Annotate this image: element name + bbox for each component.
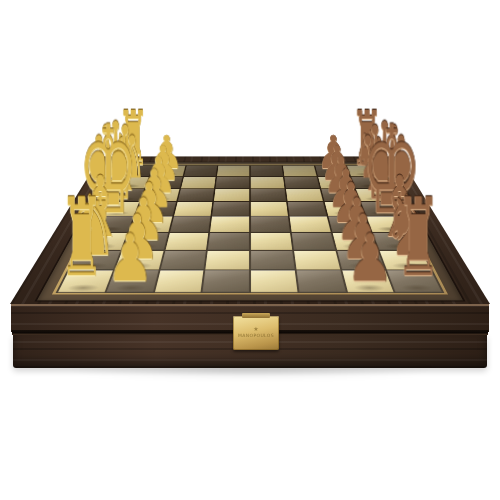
square-f3[interactable] xyxy=(165,233,208,250)
clasp-engraving: MANOPOULOS xyxy=(238,332,274,339)
square-h3[interactable] xyxy=(154,271,203,293)
square-a4[interactable] xyxy=(217,166,249,177)
square-g3[interactable] xyxy=(160,251,206,270)
square-a3[interactable] xyxy=(184,166,218,177)
square-d3[interactable] xyxy=(174,202,213,216)
product-photo-scene: ♜♟♟♜♞♟♟♞♝♟♟♝♛♟♟♛♚♟♟♚♝♟♟♝♞♟♟♞♜♟♟♜ ★ MANOP… xyxy=(0,0,500,500)
square-f6[interactable] xyxy=(291,233,334,250)
square-a6[interactable] xyxy=(283,166,317,177)
square-g6[interactable] xyxy=(294,251,340,270)
perspective-stage: ♜♟♟♜♞♟♟♞♝♟♟♝♛♟♟♛♚♟♟♚♝♟♟♝♞♟♟♞♜♟♟♜ xyxy=(0,0,500,500)
square-d4[interactable] xyxy=(212,202,249,216)
square-h4[interactable] xyxy=(203,271,249,293)
square-e3[interactable] xyxy=(170,217,211,232)
chess-board-grid: ♜♟♟♜♞♟♟♞♝♟♟♝♛♟♟♛♚♟♟♚♝♟♟♝♞♟♟♞♜♟♟♜ xyxy=(56,165,445,293)
square-c3[interactable] xyxy=(177,189,214,202)
square-h6[interactable] xyxy=(296,271,345,293)
square-h7[interactable]: ♟ xyxy=(342,271,394,293)
case-lid-top: ♜♟♟♜♞♟♟♞♝♟♟♝♛♟♟♛♚♟♟♚♝♟♟♝♞♟♟♞♜♟♟♜ xyxy=(10,156,490,304)
square-c6[interactable] xyxy=(286,189,323,202)
square-c5[interactable] xyxy=(251,189,286,202)
square-d6[interactable] xyxy=(287,202,326,216)
square-d5[interactable] xyxy=(251,202,288,216)
square-b4[interactable] xyxy=(216,177,250,189)
piece-white-pawn[interactable]: ♟ xyxy=(106,225,153,291)
square-a5[interactable] xyxy=(251,166,283,177)
square-g4[interactable] xyxy=(206,251,250,270)
square-e4[interactable] xyxy=(210,217,249,232)
piece-black-rook[interactable]: ♜ xyxy=(397,183,441,291)
square-e6[interactable] xyxy=(289,217,330,232)
square-e5[interactable] xyxy=(251,217,290,232)
chess-board-plate: ♜♟♟♜♞♟♟♞♝♟♟♝♛♟♟♛♚♟♟♚♝♟♟♝♞♟♟♞♜♟♟♜ xyxy=(37,162,463,300)
square-b3[interactable] xyxy=(181,177,216,189)
square-h5[interactable] xyxy=(251,271,297,293)
square-h2[interactable]: ♟ xyxy=(106,271,158,293)
square-h1[interactable]: ♜ xyxy=(58,271,113,293)
floor-shadow xyxy=(55,362,445,378)
square-g5[interactable] xyxy=(251,251,295,270)
piece-white-rook[interactable]: ♜ xyxy=(60,183,104,291)
square-c4[interactable] xyxy=(214,189,249,202)
clasp-hinge-tab xyxy=(242,313,270,318)
square-h8[interactable]: ♜ xyxy=(387,271,442,293)
square-f5[interactable] xyxy=(251,233,292,250)
piece-black-pawn[interactable]: ♟ xyxy=(347,225,394,291)
square-b6[interactable] xyxy=(284,177,319,189)
case-clasp: ★ MANOPOULOS xyxy=(233,316,279,350)
square-b5[interactable] xyxy=(251,177,285,189)
square-f4[interactable] xyxy=(208,233,249,250)
board-gold-trim: ♜♟♟♜♞♟♟♞♝♟♟♝♛♟♟♛♚♟♟♚♝♟♟♝♞♟♟♞♜♟♟♜ xyxy=(52,165,448,295)
